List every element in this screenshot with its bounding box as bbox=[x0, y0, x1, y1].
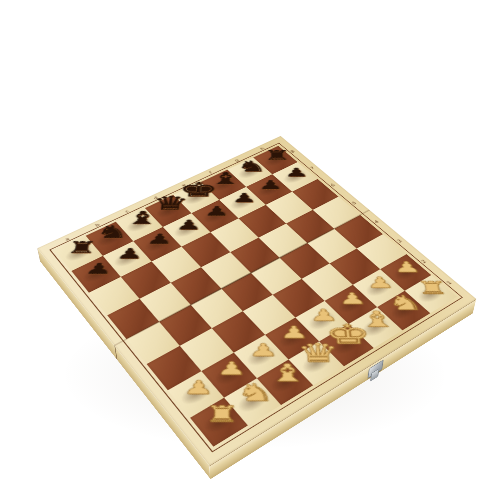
pawn-icon: ♟ bbox=[136, 232, 184, 246]
rank-label-6: 6 bbox=[330, 183, 336, 187]
pawn-icon: ♟ bbox=[249, 179, 293, 191]
pawn-icon: ♟ bbox=[105, 247, 154, 261]
pawn-icon: ♟ bbox=[275, 167, 319, 179]
product-photo-scene: abcdefgh87654321 ♜♞♝♛♚♝♞♜♟♟♟♟♟♟♟♟♟♟♟♟♟♟♟… bbox=[0, 0, 500, 500]
pawn-icon: ♟ bbox=[222, 192, 267, 205]
rank-label-4: 4 bbox=[373, 219, 380, 224]
pawn-icon: ♟ bbox=[166, 218, 212, 231]
pawn-icon: ♟ bbox=[194, 205, 239, 218]
pawn-icon: ♟ bbox=[74, 261, 124, 276]
rank-label-3: 3 bbox=[396, 239, 403, 244]
rook-icon: ♜ bbox=[57, 239, 107, 255]
rank-label-5: 5 bbox=[351, 201, 357, 205]
pawn-icon: ♟ bbox=[382, 260, 432, 275]
